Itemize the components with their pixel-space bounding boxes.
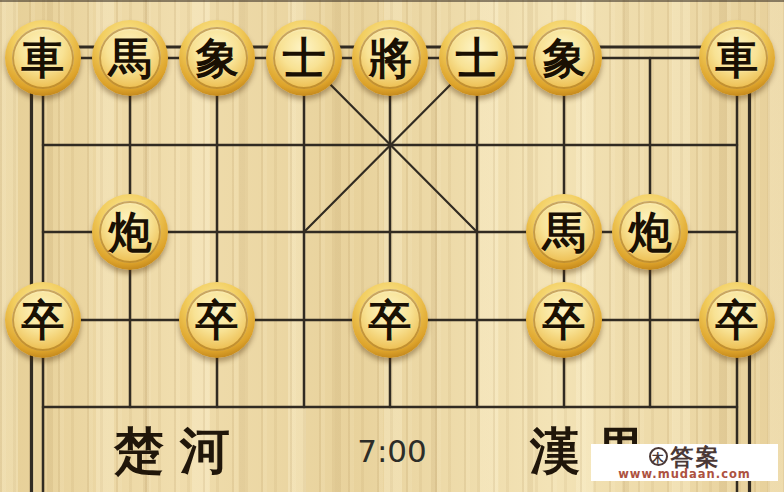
piece-glyph: 車 bbox=[699, 20, 775, 96]
last-move-from-marker bbox=[606, 18, 694, 98]
piece-black-soldier[interactable]: 卒 bbox=[352, 282, 428, 358]
piece-black-general[interactable]: 將 bbox=[352, 20, 428, 96]
piece-glyph: 炮 bbox=[612, 194, 688, 270]
piece-glyph: 象 bbox=[179, 20, 255, 96]
piece-black-advisor[interactable]: 士 bbox=[439, 20, 515, 96]
piece-black-chariot[interactable]: 車 bbox=[699, 20, 775, 96]
piece-glyph: 馬 bbox=[92, 20, 168, 96]
piece-black-cannon[interactable]: 炮 bbox=[612, 194, 688, 270]
piece-black-elephant[interactable]: 象 bbox=[179, 20, 255, 96]
piece-glyph: 卒 bbox=[179, 282, 255, 358]
piece-glyph: 士 bbox=[266, 20, 342, 96]
piece-glyph: 馬 bbox=[526, 194, 602, 270]
piece-glyph: 炮 bbox=[92, 194, 168, 270]
piece-black-chariot[interactable]: 車 bbox=[5, 20, 81, 96]
piece-glyph: 卒 bbox=[699, 282, 775, 358]
mudaan-logo-icon: 木 bbox=[649, 447, 668, 466]
watermark-url: www.mudaan.com bbox=[618, 468, 751, 480]
piece-glyph: 卒 bbox=[526, 282, 602, 358]
xiangqi-board[interactable]: 楚河 7:00 漢界 車馬象士將士象車炮馬炮卒卒卒卒卒 木 答案 www.mud… bbox=[0, 0, 784, 492]
piece-black-soldier[interactable]: 卒 bbox=[179, 282, 255, 358]
piece-glyph: 卒 bbox=[5, 282, 81, 358]
timer: 7:00 bbox=[348, 436, 436, 467]
piece-glyph: 士 bbox=[439, 20, 515, 96]
piece-black-elephant[interactable]: 象 bbox=[526, 20, 602, 96]
watermark-logo-row: 木 答案 bbox=[649, 445, 721, 468]
piece-black-advisor[interactable]: 士 bbox=[266, 20, 342, 96]
piece-glyph: 將 bbox=[352, 20, 428, 96]
piece-glyph: 卒 bbox=[352, 282, 428, 358]
piece-black-soldier[interactable]: 卒 bbox=[699, 282, 775, 358]
piece-glyph: 象 bbox=[526, 20, 602, 96]
watermark: 木 答案 www.mudaan.com bbox=[591, 444, 778, 481]
piece-black-horse[interactable]: 馬 bbox=[92, 20, 168, 96]
watermark-brand: 答案 bbox=[671, 445, 721, 468]
piece-black-horse[interactable]: 馬 bbox=[526, 194, 602, 270]
piece-black-soldier[interactable]: 卒 bbox=[526, 282, 602, 358]
piece-black-cannon[interactable]: 炮 bbox=[92, 194, 168, 270]
river-label-chu: 楚河 bbox=[114, 426, 246, 476]
piece-black-soldier[interactable]: 卒 bbox=[5, 282, 81, 358]
piece-glyph: 車 bbox=[5, 20, 81, 96]
